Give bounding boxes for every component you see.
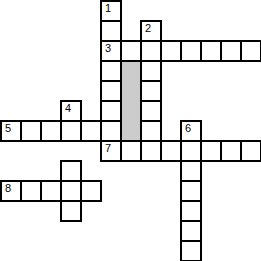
cell-r6-c7[interactable]: [140, 120, 162, 142]
cell-r9-c1[interactable]: [20, 180, 42, 202]
cell-r3-c5[interactable]: [100, 60, 122, 82]
cell-r7-c11[interactable]: [220, 140, 242, 162]
cell-r4-c7[interactable]: [140, 80, 162, 102]
clue-number-2: 2: [145, 23, 151, 33]
cell-r2-c12[interactable]: [240, 40, 261, 62]
cell-r7-c5[interactable]: 7: [100, 140, 122, 162]
clue-number-5: 5: [5, 123, 11, 133]
cell-r3-c7[interactable]: [140, 60, 162, 82]
crossword-grid: 12345678: [0, 0, 261, 261]
cell-r6-c3[interactable]: [60, 120, 82, 142]
clue-number-4: 4: [65, 103, 71, 113]
clue-number-8: 8: [5, 183, 11, 193]
cell-r9-c9[interactable]: [180, 180, 202, 202]
cell-r5-c7[interactable]: [140, 100, 162, 122]
cell-r12-c9[interactable]: [180, 240, 202, 261]
cell-r8-c9[interactable]: [180, 160, 202, 182]
cell-r7-c8[interactable]: [160, 140, 182, 162]
cell-r8-c3[interactable]: [60, 160, 82, 182]
cell-r11-c9[interactable]: [180, 220, 202, 242]
cell-r1-c7[interactable]: 2: [140, 20, 162, 42]
cell-r7-c9[interactable]: [180, 140, 202, 162]
cell-r6-c4[interactable]: [80, 120, 102, 142]
cell-r1-c5[interactable]: [100, 20, 122, 42]
cell-r10-c9[interactable]: [180, 200, 202, 222]
cell-r6-c5[interactable]: [100, 120, 122, 142]
hidden-word-shaded-column[interactable]: [122, 62, 140, 140]
clue-number-3: 3: [105, 43, 111, 53]
clue-number-7: 7: [105, 143, 111, 153]
cell-r2-c10[interactable]: [200, 40, 222, 62]
cell-r9-c2[interactable]: [40, 180, 62, 202]
cell-r6-c0[interactable]: 5: [0, 120, 22, 142]
cell-r4-c5[interactable]: [100, 80, 122, 102]
cell-r2-c5[interactable]: 3: [100, 40, 122, 62]
cell-r6-c2[interactable]: [40, 120, 62, 142]
cell-r0-c5[interactable]: 1: [100, 0, 122, 22]
cell-r7-c7[interactable]: [140, 140, 162, 162]
cell-r6-c9[interactable]: 6: [180, 120, 202, 142]
cell-r6-c1[interactable]: [20, 120, 42, 142]
cell-r10-c3[interactable]: [60, 200, 82, 222]
cell-r5-c3[interactable]: 4: [60, 100, 82, 122]
cell-r5-c5[interactable]: [100, 100, 122, 122]
cell-r9-c3[interactable]: [60, 180, 82, 202]
clue-number-1: 1: [105, 3, 111, 13]
cell-r9-c4[interactable]: [80, 180, 102, 202]
cell-r7-c6[interactable]: [120, 140, 142, 162]
cell-r2-c8[interactable]: [160, 40, 182, 62]
cell-r2-c9[interactable]: [180, 40, 202, 62]
cell-r9-c0[interactable]: 8: [0, 180, 22, 202]
crossword-page: 12345678: [0, 0, 261, 261]
cell-r2-c11[interactable]: [220, 40, 242, 62]
clue-number-6: 6: [185, 123, 191, 133]
cell-r2-c7[interactable]: [140, 40, 162, 62]
cell-r2-c6[interactable]: [120, 40, 142, 62]
cell-r7-c12[interactable]: [240, 140, 261, 162]
cell-r7-c10[interactable]: [200, 140, 222, 162]
